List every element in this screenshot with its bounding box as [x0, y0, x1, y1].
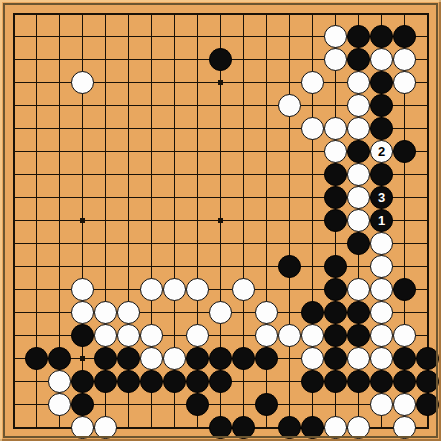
white-stone	[186, 278, 209, 301]
white-stone	[117, 324, 140, 347]
black-stone-move-1: 1	[370, 209, 393, 232]
white-stone	[140, 324, 163, 347]
white-stone	[255, 324, 278, 347]
white-stone	[232, 278, 255, 301]
black-stone	[186, 347, 209, 370]
go-board: 231	[0, 0, 441, 441]
black-stone	[94, 347, 117, 370]
black-stone	[301, 416, 324, 439]
black-stone	[393, 140, 416, 163]
black-stone	[301, 301, 324, 324]
white-stone	[163, 347, 186, 370]
black-stone	[347, 232, 370, 255]
black-stone	[370, 71, 393, 94]
black-stone	[117, 370, 140, 393]
black-stone	[393, 370, 416, 393]
white-stone	[393, 324, 416, 347]
white-stone	[186, 324, 209, 347]
grid-line-vertical	[289, 13, 290, 429]
black-stone-move-3: 3	[370, 186, 393, 209]
black-stone	[278, 255, 301, 278]
move-number-label: 2	[378, 145, 385, 158]
black-stone	[416, 393, 439, 416]
white-stone	[117, 301, 140, 324]
white-stone	[347, 71, 370, 94]
hoshi-point	[80, 218, 85, 223]
black-stone	[324, 370, 347, 393]
black-stone	[393, 347, 416, 370]
black-stone	[347, 25, 370, 48]
hoshi-point	[218, 218, 223, 223]
black-stone	[232, 347, 255, 370]
white-stone	[393, 393, 416, 416]
white-stone	[301, 71, 324, 94]
black-stone	[25, 347, 48, 370]
hoshi-point	[80, 356, 85, 361]
black-stone	[416, 370, 439, 393]
white-stone	[324, 416, 347, 439]
white-stone	[324, 117, 347, 140]
black-stone	[347, 48, 370, 71]
black-stone	[163, 370, 186, 393]
black-stone	[347, 301, 370, 324]
black-stone	[370, 117, 393, 140]
black-stone	[94, 370, 117, 393]
black-stone	[347, 370, 370, 393]
white-stone	[163, 278, 186, 301]
black-stone	[209, 370, 232, 393]
white-stone	[370, 232, 393, 255]
white-stone	[324, 140, 347, 163]
black-stone	[393, 278, 416, 301]
white-stone	[301, 347, 324, 370]
black-stone	[416, 347, 439, 370]
black-stone	[393, 25, 416, 48]
white-stone	[48, 393, 71, 416]
white-stone	[71, 301, 94, 324]
black-stone	[370, 370, 393, 393]
white-stone	[48, 370, 71, 393]
white-stone	[347, 347, 370, 370]
black-stone	[324, 186, 347, 209]
black-stone	[48, 347, 71, 370]
black-stone	[117, 347, 140, 370]
white-stone	[278, 94, 301, 117]
black-stone	[71, 324, 94, 347]
black-stone	[71, 393, 94, 416]
white-stone	[71, 71, 94, 94]
grid-line-horizontal	[13, 266, 429, 267]
black-stone	[370, 163, 393, 186]
white-stone	[370, 48, 393, 71]
white-stone	[370, 393, 393, 416]
black-stone	[324, 347, 347, 370]
white-stone	[140, 347, 163, 370]
black-stone	[324, 255, 347, 278]
black-stone	[324, 301, 347, 324]
white-stone	[393, 416, 416, 439]
white-stone	[301, 117, 324, 140]
white-stone	[94, 324, 117, 347]
white-stone	[278, 324, 301, 347]
black-stone	[324, 324, 347, 347]
hoshi-point	[218, 80, 223, 85]
black-stone	[347, 324, 370, 347]
white-stone	[370, 255, 393, 278]
white-stone	[347, 163, 370, 186]
white-stone	[370, 301, 393, 324]
black-stone	[324, 209, 347, 232]
white-stone	[370, 278, 393, 301]
black-stone	[301, 370, 324, 393]
black-stone	[370, 25, 393, 48]
white-stone	[370, 347, 393, 370]
white-stone	[347, 94, 370, 117]
white-stone	[393, 48, 416, 71]
black-stone	[209, 48, 232, 71]
black-stone	[209, 416, 232, 439]
black-stone	[71, 370, 94, 393]
black-stone	[370, 94, 393, 117]
board-grid: 231	[0, 0, 441, 441]
black-stone	[324, 278, 347, 301]
black-stone	[347, 140, 370, 163]
black-stone	[186, 370, 209, 393]
white-stone	[71, 278, 94, 301]
white-stone	[140, 278, 163, 301]
move-number-label: 1	[378, 214, 385, 227]
move-number-label: 3	[378, 191, 385, 204]
white-stone	[94, 416, 117, 439]
black-stone	[255, 393, 278, 416]
black-stone	[209, 347, 232, 370]
black-stone	[324, 163, 347, 186]
black-stone	[278, 416, 301, 439]
white-stone	[347, 416, 370, 439]
black-stone	[186, 393, 209, 416]
white-stone	[301, 324, 324, 347]
white-stone	[324, 25, 347, 48]
white-stone-move-2: 2	[370, 140, 393, 163]
black-stone	[140, 370, 163, 393]
white-stone	[393, 71, 416, 94]
white-stone	[324, 48, 347, 71]
black-stone	[255, 347, 278, 370]
white-stone	[347, 186, 370, 209]
white-stone	[370, 324, 393, 347]
white-stone	[347, 278, 370, 301]
white-stone	[209, 301, 232, 324]
white-stone	[71, 416, 94, 439]
white-stone	[94, 301, 117, 324]
black-stone	[232, 416, 255, 439]
white-stone	[347, 117, 370, 140]
white-stone	[347, 209, 370, 232]
white-stone	[255, 301, 278, 324]
